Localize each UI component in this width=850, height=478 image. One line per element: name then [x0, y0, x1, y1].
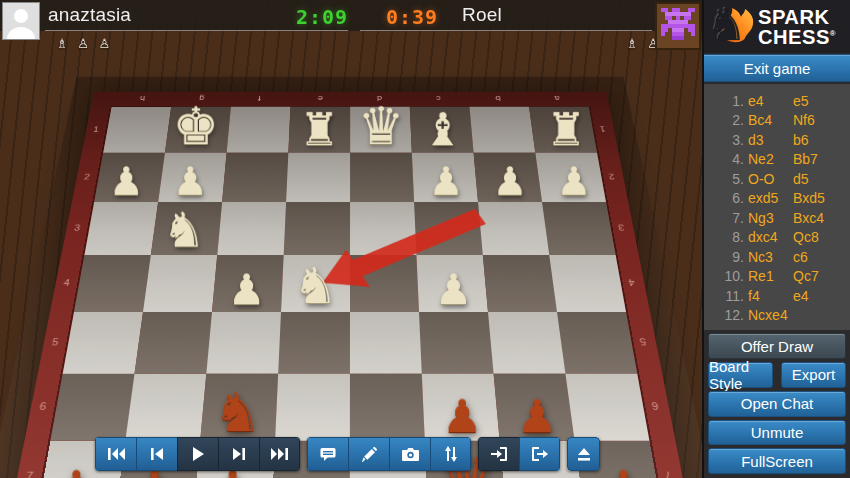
- open-chat-button[interactable]: Open Chat: [708, 391, 846, 417]
- sparkchess-app: ♚♜♛♝♜♟♟♟♟♟♞♟♞♟♞♟♟♟♟♟♛♟♜♝♚♞♜ 112233445566…: [0, 0, 850, 478]
- square-h2[interactable]: ♟: [94, 153, 165, 202]
- divider-right: [360, 30, 652, 31]
- eject-group: [567, 437, 600, 471]
- playback-toolbar: [95, 437, 600, 471]
- square-g2[interactable]: ♟: [158, 153, 227, 202]
- square-c1[interactable]: ♝: [410, 107, 474, 153]
- rank-label-left: 2: [83, 172, 90, 181]
- square-e1[interactable]: ♜: [288, 107, 350, 153]
- file-label-top: g: [198, 95, 204, 103]
- move-cell: 12.: [704, 307, 744, 323]
- square-e2[interactable]: [286, 153, 350, 202]
- move-cell: 11.: [704, 288, 744, 304]
- square-d1[interactable]: ♛: [350, 107, 412, 153]
- pixel-monster-avatar-image: [657, 4, 699, 48]
- square-e4[interactable]: ♞: [281, 255, 350, 312]
- brand-text: SPARK CHESS®: [758, 7, 836, 46]
- white-rook: ♜: [535, 107, 597, 152]
- square-a4[interactable]: [549, 255, 626, 312]
- rank-label-right: 3: [617, 223, 625, 232]
- pencil-icon: [362, 447, 377, 462]
- square-f1[interactable]: [227, 107, 291, 153]
- move-cell: 4.: [704, 151, 744, 167]
- chess-board[interactable]: ♚♜♛♝♜♟♟♟♟♟♞♟♞♟♞♟♟♟♟♟♛♟♜♝♚♞♜ 112233445566…: [0, 92, 702, 478]
- rank-label-left: 7: [25, 469, 34, 478]
- square-c2[interactable]: ♟: [412, 153, 478, 202]
- camera-icon: [402, 447, 419, 461]
- square-a3[interactable]: [542, 202, 616, 255]
- white-knight: ♞: [281, 261, 350, 311]
- move-row: 7.Ng3Bxc4: [704, 208, 850, 228]
- red-pawn: ♟: [425, 394, 500, 440]
- move-cell: 2.: [704, 112, 744, 128]
- move-cell: 8.: [704, 229, 744, 245]
- black-player-avatar: [655, 2, 701, 50]
- move-cell: 5.: [704, 171, 744, 187]
- move-row: 12.Ncxe4: [704, 306, 850, 326]
- white-pawn: ♟: [542, 162, 606, 201]
- rank-label-left: 5: [51, 336, 59, 347]
- square-e5[interactable]: [278, 312, 350, 374]
- move-row: 1.e4e5: [704, 91, 850, 111]
- move-row: 6.exd5Bxd5: [704, 189, 850, 209]
- square-h4[interactable]: [74, 255, 151, 312]
- fullscreen-button[interactable]: FullScreen: [708, 448, 846, 474]
- white-pawn: ♟: [414, 162, 478, 201]
- flip-board-icon: [444, 446, 458, 462]
- white-pawn: ♟: [419, 269, 488, 311]
- move-cell: e4: [793, 288, 809, 304]
- sign-out-icon: [532, 447, 548, 461]
- file-label-top: c: [435, 95, 440, 103]
- square-e3[interactable]: [284, 202, 350, 255]
- white-pawn: ♟: [158, 162, 222, 201]
- unmute-button[interactable]: Unmute: [708, 420, 846, 446]
- board-grid[interactable]: ♚♜♛♝♜♟♟♟♟♟♞♟♞♟♞♟♟♟♟♟♛♟♜♝♚♞♜: [22, 107, 677, 478]
- square-h6[interactable]: [50, 374, 134, 441]
- white-rook: ♜: [288, 107, 350, 152]
- square-d5[interactable]: [350, 312, 422, 374]
- rank-label-left: 6: [39, 400, 48, 412]
- move-cell: 1.: [704, 93, 744, 109]
- move-cell: 9.: [704, 249, 744, 265]
- move-cell: d5: [793, 171, 809, 187]
- board-style-button[interactable]: Board Style: [708, 362, 773, 388]
- square-b3[interactable]: [478, 202, 549, 255]
- move-cell: Nf6: [793, 112, 815, 128]
- white-pawn: ♟: [478, 162, 542, 201]
- square-g6[interactable]: [125, 374, 206, 441]
- move-cell: Ne2: [744, 151, 793, 167]
- square-g1[interactable]: ♚: [165, 107, 231, 153]
- go-last-icon: [271, 447, 288, 461]
- black-clock: 0:39: [386, 5, 438, 29]
- sign-in-icon: [491, 447, 507, 461]
- square-d4[interactable]: [350, 255, 419, 312]
- red-knight: ♞: [200, 386, 275, 440]
- white-pawn: ♟: [212, 269, 281, 311]
- exit-game-button[interactable]: Exit game: [704, 54, 850, 82]
- go-first-button[interactable]: [95, 437, 136, 471]
- square-e6[interactable]: [275, 374, 350, 441]
- white-player-name: anaztasia: [48, 4, 131, 26]
- square-a6[interactable]: [565, 374, 649, 441]
- move-cell: Qc8: [793, 229, 819, 245]
- square-f5[interactable]: [206, 312, 281, 374]
- rank-label-right: 1: [599, 125, 606, 133]
- square-c6[interactable]: ♟: [422, 374, 500, 441]
- play-icon: [192, 447, 204, 461]
- white-clock: 2:09: [296, 5, 348, 29]
- session-group: [478, 437, 560, 471]
- square-a5[interactable]: [557, 312, 637, 374]
- go-first-icon: [108, 447, 125, 461]
- square-c4[interactable]: ♟: [416, 255, 488, 312]
- go-next-icon: [233, 447, 245, 461]
- export-button[interactable]: Export: [781, 362, 846, 388]
- move-cell: d3: [744, 132, 793, 148]
- square-g3[interactable]: ♞: [151, 202, 222, 255]
- rank-label-right: 5: [638, 336, 646, 347]
- move-cell: Nc3: [744, 249, 793, 265]
- file-label-top: d: [376, 95, 381, 103]
- move-cell: 3.: [704, 132, 744, 148]
- rank-label-left: 1: [93, 125, 100, 133]
- person-silhouette-icon: [3, 3, 39, 39]
- chat-icon: [320, 447, 336, 462]
- move-cell: Qc7: [793, 268, 819, 284]
- move-row: 8.dxc4Qc8: [704, 228, 850, 248]
- sidebar: ♞ SPARK CHESS® Exit game 1.e4e52.Bc4Nf63…: [702, 0, 850, 478]
- square-f2[interactable]: [222, 153, 288, 202]
- move-cell: Ng3: [744, 210, 793, 226]
- go-previous-button[interactable]: [136, 437, 177, 471]
- move-cell: Re1: [744, 268, 793, 284]
- move-cell: O-O: [744, 171, 793, 187]
- square-g5[interactable]: [135, 312, 212, 374]
- rank-label-right: 6: [650, 400, 659, 412]
- chat-button[interactable]: [307, 437, 348, 471]
- square-d6[interactable]: [350, 374, 425, 441]
- white-captured-pieces: ♗ ♙ ♙: [56, 36, 113, 51]
- square-h3[interactable]: [84, 202, 158, 255]
- square-d3[interactable]: [350, 202, 416, 255]
- file-label-top: e: [317, 95, 322, 103]
- square-b5[interactable]: [488, 312, 565, 374]
- square-b1[interactable]: [469, 107, 535, 153]
- white-queen: ♛: [350, 100, 412, 152]
- move-cell: Ncxe4: [744, 307, 793, 323]
- black-player-name: Roel: [462, 4, 502, 26]
- file-label-top: a: [554, 95, 560, 103]
- square-b4[interactable]: [483, 255, 557, 312]
- sparkchess-logo: ♞ SPARK CHESS®: [704, 0, 850, 53]
- file-label-top: b: [494, 95, 500, 103]
- tools-group: [307, 437, 471, 471]
- move-cell: 6.: [704, 190, 744, 206]
- move-cell: 10.: [704, 268, 744, 284]
- screenshot-camera-button[interactable]: [389, 437, 430, 471]
- knight-icon: ♞: [707, 3, 746, 47]
- square-c3[interactable]: [414, 202, 483, 255]
- go-last-button[interactable]: [259, 437, 300, 471]
- play-area: ♚♜♛♝♜♟♟♟♟♟♞♟♞♟♞♟♟♟♟♟♛♟♜♝♚♞♜ 112233445566…: [0, 0, 702, 478]
- divider-left: [45, 30, 348, 31]
- square-h5[interactable]: [63, 312, 143, 374]
- square-d2[interactable]: [350, 153, 414, 202]
- go-previous-icon: [151, 447, 163, 461]
- square-f4[interactable]: ♟: [212, 255, 284, 312]
- move-cell: e5: [793, 93, 809, 109]
- rank-label-left: 3: [74, 223, 82, 232]
- white-knight: ♞: [151, 206, 217, 254]
- move-cell: Bxd5: [793, 190, 825, 206]
- move-cell: e4: [744, 93, 793, 109]
- square-g4[interactable]: [143, 255, 217, 312]
- move-cell: dxc4: [744, 229, 793, 245]
- square-c5[interactable]: [419, 312, 494, 374]
- move-row: 11.f4e4: [704, 286, 850, 306]
- file-label-top: h: [139, 95, 145, 103]
- square-b2[interactable]: ♟: [474, 153, 542, 202]
- eject-button[interactable]: [567, 437, 600, 471]
- flip-board-button[interactable]: [430, 437, 471, 471]
- knight-flame-logo-icon: ♞: [706, 1, 758, 53]
- sign-out-button[interactable]: [519, 437, 560, 471]
- move-row: 10.Re1Qc7: [704, 267, 850, 287]
- white-player-avatar: [2, 2, 40, 40]
- move-cell: Bxc4: [793, 210, 824, 226]
- move-cell: f4: [744, 288, 793, 304]
- offer-draw-button[interactable]: Offer Draw: [708, 333, 846, 359]
- sign-in-button[interactable]: [478, 437, 519, 471]
- move-cell: exd5: [744, 190, 793, 206]
- rank-label-left: 4: [63, 277, 71, 287]
- move-cell: Bc4: [744, 112, 793, 128]
- style-export-row: Board Style Export: [704, 359, 850, 388]
- white-pawn: ♟: [94, 162, 158, 201]
- square-a1[interactable]: ♜: [529, 107, 597, 153]
- move-row: 3.d3b6: [704, 130, 850, 150]
- go-next-button[interactable]: [218, 437, 259, 471]
- rank-label-right: 2: [608, 172, 615, 181]
- brand-line2: CHESS®: [758, 27, 836, 46]
- square-h1[interactable]: [103, 107, 171, 153]
- white-king: ♚: [165, 100, 227, 152]
- square-b6[interactable]: ♟: [494, 374, 575, 441]
- rank-label-right: 7: [663, 469, 672, 478]
- square-f3[interactable]: [217, 202, 286, 255]
- play-button[interactable]: [177, 437, 218, 471]
- square-f6[interactable]: ♞: [200, 374, 278, 441]
- board-scene: ♚♜♛♝♜♟♟♟♟♟♞♟♞♟♞♟♟♟♟♟♛♟♜♝♚♞♜ 112233445566…: [0, 0, 702, 478]
- move-cell: 7.: [704, 210, 744, 226]
- white-bishop: ♝: [412, 107, 474, 152]
- move-cell: c6: [793, 249, 808, 265]
- rank-label-right: 4: [627, 277, 635, 287]
- move-cell: b6: [793, 132, 809, 148]
- eject-icon: [577, 448, 591, 461]
- move-row: 9.Nc3c6: [704, 247, 850, 267]
- move-row: 5.O-Od5: [704, 169, 850, 189]
- move-row: 2.Bc4Nf6: [704, 111, 850, 131]
- move-cell: Bb7: [793, 151, 818, 167]
- move-list[interactable]: 1.e4e52.Bc4Nf63.d3b64.Ne2Bb75.O-Od56.exd…: [704, 84, 850, 330]
- draw-pencil-button[interactable]: [348, 437, 389, 471]
- playback-group: [95, 437, 300, 471]
- red-pawn: ♟: [500, 394, 575, 440]
- square-a2[interactable]: ♟: [535, 153, 606, 202]
- file-label-top: f: [258, 95, 261, 103]
- move-row: 4.Ne2Bb7: [704, 150, 850, 170]
